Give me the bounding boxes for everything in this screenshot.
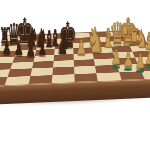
felt-base xyxy=(124,68,132,71)
piece-dark-pawn: ♟ xyxy=(38,41,47,58)
piece-light-pawn: ♟ xyxy=(123,49,134,69)
pieces-layer: ♜♛♚♞♞♝♟♟♟♟♝♚♞♟♞♝♛♚♜♞♝♟♟♟♟ xyxy=(0,0,150,150)
piece-dark-pawn: ♟ xyxy=(26,40,36,59)
felt-base xyxy=(146,66,150,69)
piece-dark-knight: ♞ xyxy=(56,32,70,58)
felt-base xyxy=(112,66,120,69)
felt-base xyxy=(136,70,144,73)
chess-set-photo: ♜♛♚♞♞♝♟♟♟♟♝♚♞♟♞♝♛♚♜♞♝♟♟♟♟ xyxy=(0,0,150,150)
piece-dark-pawn: ♟ xyxy=(2,38,12,57)
piece-dark-pawn: ♟ xyxy=(14,39,24,58)
piece-light-pawn: ♟ xyxy=(145,48,150,67)
piece-light-pawn: ♟ xyxy=(111,47,122,67)
piece-light-pawn: ♟ xyxy=(76,37,87,57)
